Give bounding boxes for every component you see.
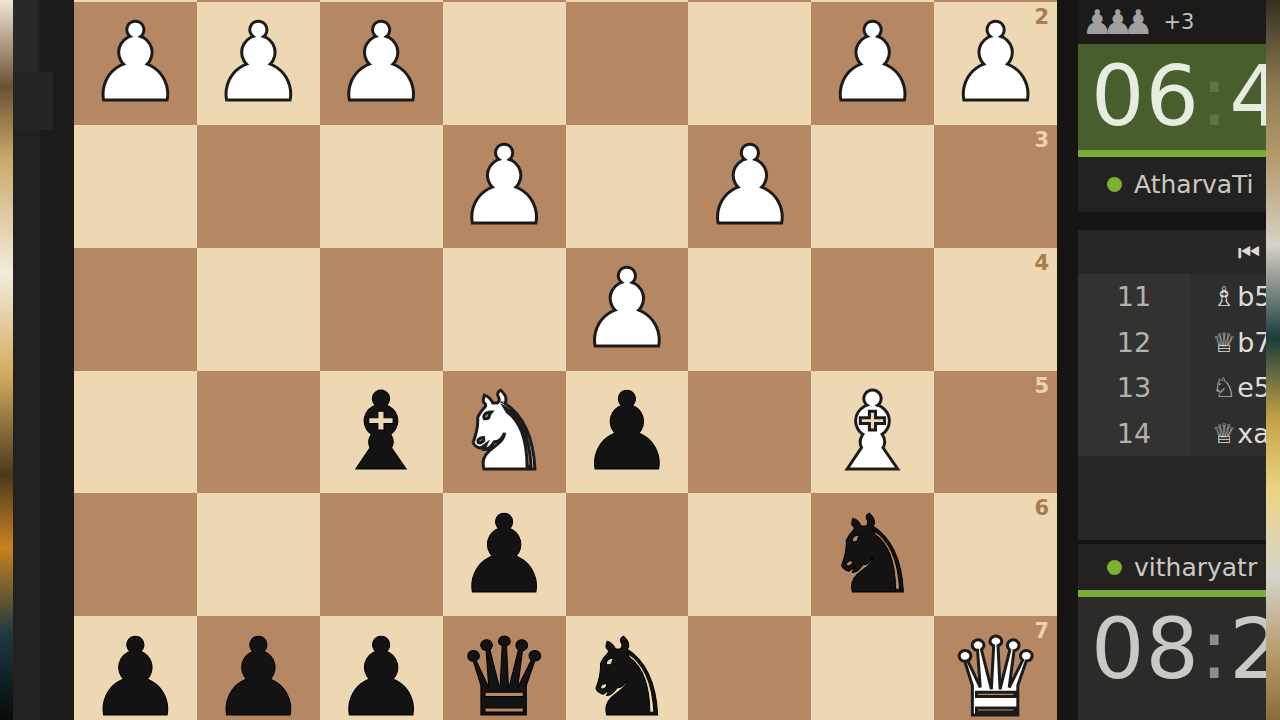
square-b5[interactable]: ♝ [811, 371, 934, 494]
move-list: ⏮ 11♗b512♕b713♘e514♕xa7 [1078, 230, 1266, 540]
square-c2[interactable] [688, 2, 811, 125]
black-knight[interactable]: ♞ [579, 624, 676, 720]
white-bishop[interactable]: ♝ [824, 378, 921, 486]
clock-bottom: 08:2 [1078, 597, 1266, 720]
white-pawn[interactable]: ♟ [333, 9, 430, 117]
move-number: 12 [1078, 320, 1190, 366]
captured-pawn-icons: ♟♟♟ [1078, 0, 1143, 44]
square-g7[interactable]: ♟ [197, 616, 320, 720]
move-white[interactable]: ♗b5 [1190, 274, 1266, 320]
square-e2[interactable] [443, 2, 566, 125]
square-h6[interactable] [74, 493, 197, 616]
clock-top-bar [1078, 150, 1266, 157]
rank-label-5: 5 [1034, 376, 1049, 397]
square-g3[interactable] [197, 125, 320, 248]
clock-top-seconds: 4 [1229, 47, 1266, 145]
white-pawn[interactable]: ♟ [87, 9, 184, 117]
move-number: 11 [1078, 274, 1190, 320]
square-f6[interactable] [320, 493, 443, 616]
captured-pieces-row: ♟♟♟ +3 [1078, 0, 1266, 44]
square-e7[interactable]: ♛ [443, 616, 566, 720]
background-photo-left [0, 0, 13, 720]
rank-label-3: 3 [1034, 130, 1049, 151]
move-row-11: 11♗b5 [1078, 274, 1266, 320]
black-knight[interactable]: ♞ [824, 501, 921, 609]
move-number: 14 [1078, 411, 1190, 457]
square-d5[interactable]: ♟ [566, 371, 689, 494]
clock-bottom-minutes: 08 [1091, 600, 1200, 698]
clock-bottom-seconds: 2 [1229, 600, 1266, 698]
chess-board[interactable]: 1♟♟♟♟2♟♟♟3♟4♝♞♟♝5♟♞6♟♟♟♛♞7♛8 [74, 0, 1057, 720]
clock-bottom-colon: : [1200, 600, 1229, 698]
square-d2[interactable] [566, 2, 689, 125]
square-f5[interactable]: ♝ [320, 371, 443, 494]
square-f2[interactable]: ♟ [320, 2, 443, 125]
square-c6[interactable] [688, 493, 811, 616]
white-pawn[interactable]: ♟ [701, 132, 798, 240]
square-b2[interactable]: ♟ [811, 2, 934, 125]
piece-figurine: ♕ [1212, 327, 1236, 358]
piece-figurine: ♕ [1212, 418, 1236, 449]
player-bottom-name[interactable]: vitharyatr [1134, 553, 1257, 582]
move-rows: 11♗b512♕b713♘e514♕xa7 [1078, 274, 1266, 456]
piece-figurine: ♘ [1212, 372, 1236, 403]
square-d6[interactable] [566, 493, 689, 616]
square-g5[interactable] [197, 371, 320, 494]
rank-label-2: 2 [1034, 7, 1049, 28]
square-c7[interactable] [688, 616, 811, 720]
square-c3[interactable]: ♟ [688, 125, 811, 248]
square-g6[interactable] [197, 493, 320, 616]
square-b3[interactable] [811, 125, 934, 248]
white-pawn[interactable]: ♟ [947, 9, 1044, 117]
screenshot-root: 1♟♟♟♟2♟♟♟3♟4♝♞♟♝5♟♞6♟♟♟♛♞7♛8 ♟♟♟ +3 06:4… [0, 0, 1280, 720]
clock-top-minutes: 06 [1091, 47, 1200, 145]
square-d3[interactable] [566, 125, 689, 248]
black-pawn[interactable]: ♟ [210, 624, 307, 720]
black-pawn[interactable]: ♟ [579, 378, 676, 486]
square-a5[interactable]: 5 [934, 371, 1057, 494]
white-pawn[interactable]: ♟ [579, 255, 676, 363]
rank-label-6: 6 [1034, 498, 1049, 519]
panel-patch-top [13, 0, 37, 72]
square-b4[interactable] [811, 248, 934, 371]
background-photo-right [1266, 0, 1280, 720]
square-b7[interactable] [811, 616, 934, 720]
square-a2[interactable]: 2♟ [934, 2, 1057, 125]
square-e4[interactable] [443, 248, 566, 371]
square-h3[interactable] [74, 125, 197, 248]
black-queen[interactable]: ♛ [456, 624, 553, 720]
black-pawn[interactable]: ♟ [333, 624, 430, 720]
square-d4[interactable]: ♟ [566, 248, 689, 371]
square-f3[interactable] [320, 125, 443, 248]
square-c5[interactable] [688, 371, 811, 494]
square-f7[interactable]: ♟ [320, 616, 443, 720]
white-pawn[interactable]: ♟ [824, 9, 921, 117]
square-g4[interactable] [197, 248, 320, 371]
square-g2[interactable]: ♟ [197, 2, 320, 125]
white-knight[interactable]: ♞ [456, 378, 553, 486]
clock-top: 06:4 [1078, 44, 1266, 150]
square-h2[interactable]: ♟ [74, 2, 197, 125]
move-white[interactable]: ♕xa7 [1190, 411, 1266, 457]
game-sidebar: ♟♟♟ +3 06:4 AtharvaTi ⏮ 11♗b512♕b713♘e51… [1078, 0, 1266, 720]
square-h7[interactable]: ♟ [74, 616, 197, 720]
clock-bottom-bar [1078, 590, 1266, 597]
square-f4[interactable] [320, 248, 443, 371]
black-bishop[interactable]: ♝ [333, 378, 430, 486]
square-b6[interactable]: ♞ [811, 493, 934, 616]
square-d7[interactable]: ♞ [566, 616, 689, 720]
square-e6[interactable]: ♟ [443, 493, 566, 616]
square-a4[interactable]: 4 [934, 248, 1057, 371]
player-top-name[interactable]: AtharvaTi [1134, 170, 1253, 199]
white-pawn[interactable]: ♟ [456, 132, 553, 240]
player-bottom[interactable]: vitharyatr [1078, 544, 1266, 590]
move-number: 13 [1078, 365, 1190, 411]
black-pawn[interactable]: ♟ [87, 624, 184, 720]
square-h5[interactable] [74, 371, 197, 494]
white-pawn[interactable]: ♟ [210, 9, 307, 117]
rank-label-7: 7 [1034, 621, 1049, 642]
online-indicator-bottom [1107, 560, 1122, 575]
left-dark-panel [13, 0, 74, 720]
rank-label-4: 4 [1034, 253, 1049, 274]
move-white[interactable]: ♕b7 [1190, 320, 1266, 366]
move-row-12: 12♕b7 [1078, 320, 1266, 366]
online-indicator-top [1107, 177, 1122, 192]
move-white[interactable]: ♘e5 [1190, 365, 1266, 411]
piece-figurine: ♗ [1212, 281, 1236, 312]
panel-patch-lower [13, 72, 53, 130]
square-e5[interactable]: ♞ [443, 371, 566, 494]
square-e3[interactable]: ♟ [443, 125, 566, 248]
board-grid: 1♟♟♟♟2♟♟♟3♟4♝♞♟♝5♟♞6♟♟♟♛♞7♛8 [74, 0, 1057, 720]
move-row-13: 13♘e5 [1078, 365, 1266, 411]
move-row-14: 14♕xa7 [1078, 411, 1266, 457]
square-c4[interactable] [688, 248, 811, 371]
square-a7[interactable]: 7♛ [934, 616, 1057, 720]
square-a6[interactable]: 6 [934, 493, 1057, 616]
go-first-button[interactable]: ⏮ [1237, 240, 1260, 265]
square-a3[interactable]: 3 [934, 125, 1057, 248]
black-pawn[interactable]: ♟ [456, 501, 553, 609]
square-h4[interactable] [74, 248, 197, 371]
player-top[interactable]: AtharvaTi [1078, 157, 1266, 212]
white-queen[interactable]: ♛ [947, 624, 1044, 720]
clock-top-colon: : [1200, 47, 1229, 145]
material-advantage: +3 [1163, 10, 1194, 34]
move-nav-bar: ⏮ [1078, 230, 1266, 274]
